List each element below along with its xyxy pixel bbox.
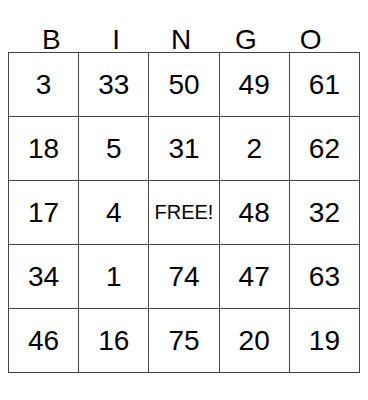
cell-r1-c1[interactable]: 3	[9, 53, 79, 117]
cell-r1-c5[interactable]: 61	[290, 53, 360, 117]
header-letter-n: N	[149, 25, 214, 54]
cell-r2-c2[interactable]: 5	[79, 117, 149, 181]
cell-free-space[interactable]: FREE!	[149, 181, 219, 245]
cell-r2-c5[interactable]: 62	[290, 117, 360, 181]
cell-r1-c4[interactable]: 49	[220, 53, 290, 117]
bingo-card: B I N G O 3 33 50 49 61 18 5 31 2 62 17 …	[0, 0, 368, 400]
cell-r4-c2[interactable]: 1	[79, 245, 149, 309]
cell-r4-c3[interactable]: 74	[149, 245, 219, 309]
header-letter-b: B	[19, 25, 84, 54]
cell-r4-c5[interactable]: 63	[290, 245, 360, 309]
cell-r5-c1[interactable]: 46	[9, 309, 79, 373]
cell-r5-c5[interactable]: 19	[290, 309, 360, 373]
cell-r5-c2[interactable]: 16	[79, 309, 149, 373]
header-letter-o: O	[278, 25, 343, 54]
cell-r3-c4[interactable]: 48	[220, 181, 290, 245]
bingo-header: B I N G O	[19, 25, 343, 54]
cell-r5-c3[interactable]: 75	[149, 309, 219, 373]
cell-r2-c4[interactable]: 2	[220, 117, 290, 181]
cell-r3-c1[interactable]: 17	[9, 181, 79, 245]
cell-r4-c1[interactable]: 34	[9, 245, 79, 309]
bingo-grid: 3 33 50 49 61 18 5 31 2 62 17 4 FREE! 48…	[8, 52, 360, 373]
cell-r3-c5[interactable]: 32	[290, 181, 360, 245]
cell-r1-c3[interactable]: 50	[149, 53, 219, 117]
header-letter-g: G	[213, 25, 278, 54]
cell-r1-c2[interactable]: 33	[79, 53, 149, 117]
header-letter-i: I	[84, 25, 149, 54]
cell-r4-c4[interactable]: 47	[220, 245, 290, 309]
cell-r2-c3[interactable]: 31	[149, 117, 219, 181]
cell-r3-c2[interactable]: 4	[79, 181, 149, 245]
cell-r2-c1[interactable]: 18	[9, 117, 79, 181]
cell-r5-c4[interactable]: 20	[220, 309, 290, 373]
